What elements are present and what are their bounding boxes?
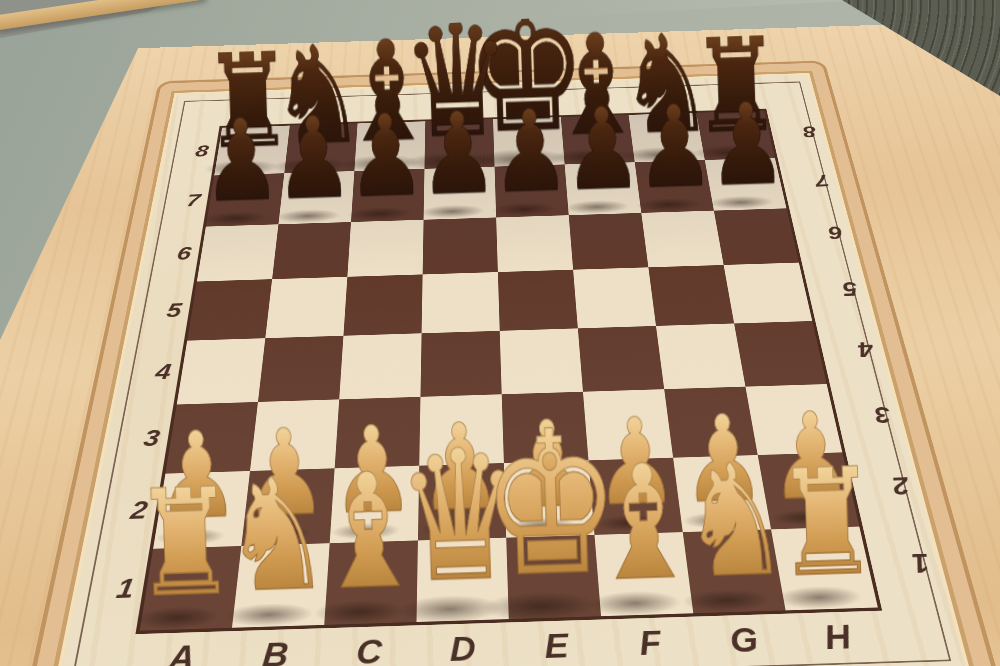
square-h3[interactable] (745, 384, 842, 455)
file-label-e: E (528, 627, 586, 666)
file-label-b: B (245, 636, 305, 666)
square-g8[interactable] (629, 113, 705, 162)
square-f4[interactable] (578, 326, 664, 392)
square-a8[interactable] (214, 126, 290, 176)
rank-label-right-1: 1 (877, 547, 934, 580)
chessboard (135, 109, 882, 634)
square-d2[interactable] (418, 463, 506, 540)
rank-label-left-2: 2 (98, 495, 150, 526)
square-a2[interactable] (153, 471, 250, 549)
square-g7[interactable] (635, 160, 714, 213)
square-d3[interactable] (419, 394, 504, 465)
square-h2[interactable] (758, 452, 860, 529)
square-e7[interactable] (495, 164, 569, 217)
square-e2[interactable] (504, 460, 595, 537)
square-d5[interactable] (422, 272, 500, 333)
square-d1[interactable] (417, 538, 509, 622)
square-e6[interactable] (496, 215, 573, 272)
rank-label-right-3: 3 (843, 402, 894, 430)
square-a4[interactable] (177, 338, 266, 404)
square-c4[interactable] (339, 333, 421, 399)
rank-label-right-8: 8 (777, 123, 819, 143)
rank-label-right-2: 2 (859, 471, 913, 501)
square-c5[interactable] (343, 274, 422, 335)
file-label-g: G (713, 621, 775, 660)
rank-label-right-7: 7 (788, 171, 831, 192)
square-b5[interactable] (265, 277, 347, 338)
square-d8[interactable] (424, 119, 494, 169)
file-label-h: H (806, 618, 870, 657)
square-a5[interactable] (187, 279, 272, 341)
square-f1[interactable] (594, 532, 693, 616)
rank-label-left-5: 5 (138, 299, 184, 323)
rank-label-left-7: 7 (160, 190, 202, 211)
square-e8[interactable] (493, 117, 565, 167)
file-label-d: D (435, 630, 492, 666)
square-h1[interactable] (771, 527, 878, 611)
square-g6[interactable] (641, 211, 723, 268)
rank-label-left-6: 6 (149, 242, 193, 265)
square-b8[interactable] (284, 123, 357, 173)
square-a6[interactable] (197, 224, 279, 281)
rank-label-left-4: 4 (126, 359, 174, 385)
square-c8[interactable] (354, 121, 425, 171)
square-g3[interactable] (664, 387, 758, 458)
square-b2[interactable] (241, 468, 334, 546)
square-h5[interactable] (724, 263, 813, 324)
rank-label-right-5: 5 (813, 277, 860, 301)
perspective-camera: ABCDEFGH8765432187654321 ♜♞♝♛♚♝♞♜♟♟♟♟♟♟♟… (0, 0, 1000, 666)
square-b3[interactable] (250, 399, 339, 471)
square-f8[interactable] (561, 115, 635, 165)
square-h8[interactable] (696, 111, 775, 160)
rank-label-right-6: 6 (800, 222, 845, 244)
square-e4[interactable] (500, 328, 583, 394)
square-g1[interactable] (683, 529, 786, 613)
square-h4[interactable] (734, 321, 827, 387)
square-d4[interactable] (420, 331, 501, 397)
square-b1[interactable] (232, 543, 330, 628)
square-c2[interactable] (330, 466, 420, 544)
file-label-a: A (151, 639, 213, 666)
file-label-f: F (620, 624, 680, 663)
rank-label-left-1: 1 (82, 572, 137, 605)
square-c1[interactable] (324, 540, 418, 624)
square-f6[interactable] (569, 213, 649, 270)
rank-label-left-8: 8 (170, 141, 211, 161)
square-c6[interactable] (347, 220, 423, 277)
scene-tilt: ABCDEFGH8765432187654321 ♜♞♝♛♚♝♞♜♟♟♟♟♟♟♟… (0, 0, 1000, 666)
square-c7[interactable] (351, 169, 424, 222)
square-g4[interactable] (656, 323, 745, 389)
rank-label-right-4: 4 (827, 337, 876, 363)
square-h7[interactable] (705, 158, 787, 211)
square-g5[interactable] (648, 265, 734, 326)
square-d6[interactable] (423, 217, 498, 274)
square-a1[interactable] (140, 546, 242, 631)
square-a7[interactable] (206, 173, 284, 226)
rank-label-left-3: 3 (112, 424, 162, 452)
square-f2[interactable] (588, 458, 682, 535)
square-b7[interactable] (278, 171, 354, 224)
square-a3[interactable] (165, 402, 258, 474)
square-f3[interactable] (583, 389, 673, 460)
square-d7[interactable] (424, 167, 497, 220)
file-label-c: C (340, 633, 398, 666)
square-e5[interactable] (498, 270, 578, 331)
square-c3[interactable] (335, 397, 421, 468)
square-g2[interactable] (673, 455, 771, 532)
square-e1[interactable] (506, 535, 601, 619)
square-f5[interactable] (573, 267, 656, 328)
square-f7[interactable] (565, 162, 642, 215)
square-b6[interactable] (272, 222, 351, 279)
chess-table-top: ABCDEFGH8765432187654321 ♜♞♝♛♚♝♞♜♟♟♟♟♟♟♟… (0, 21, 1000, 666)
square-e3[interactable] (502, 392, 589, 463)
square-h6[interactable] (714, 208, 799, 265)
square-b4[interactable] (258, 336, 343, 402)
